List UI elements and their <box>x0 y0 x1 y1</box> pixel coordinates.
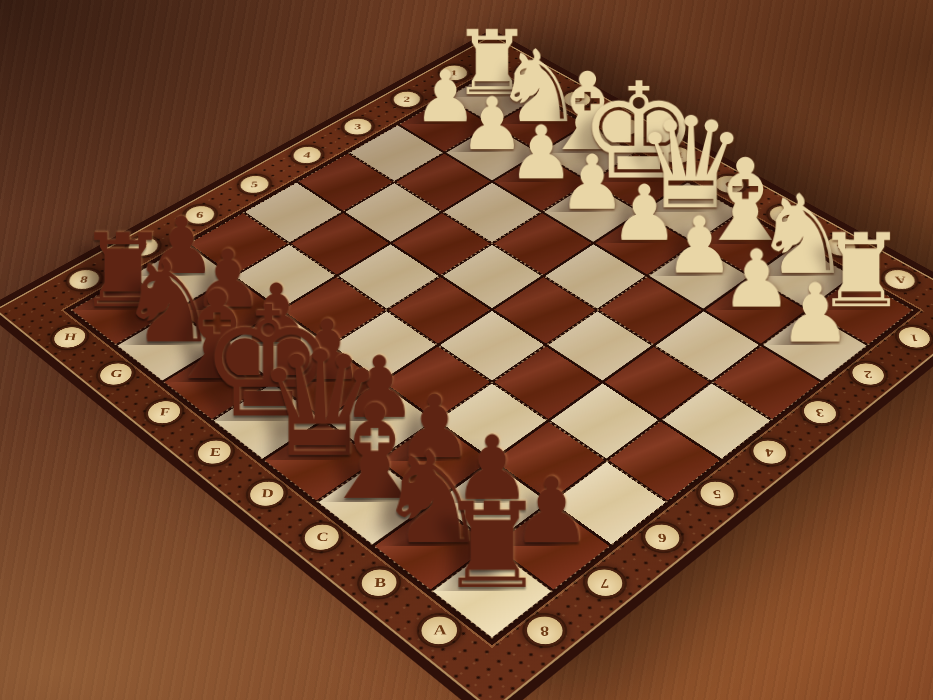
square-g4[interactable] <box>345 183 441 242</box>
rank-label-h-side-1: 1 <box>433 61 475 85</box>
file-label-far-e: E <box>655 142 699 168</box>
label-text: 7 <box>600 575 610 590</box>
piece-white-pawn[interactable]: ♟ <box>511 146 671 221</box>
square-e2[interactable]: ♟ <box>544 183 640 242</box>
label-text: E <box>672 151 682 160</box>
label-text: A <box>433 623 446 639</box>
label-text: F <box>622 122 631 131</box>
label-text: 5 <box>250 180 258 190</box>
label-text: C <box>315 530 328 544</box>
square-e1[interactable]: ♚ <box>592 154 686 211</box>
square-e3[interactable] <box>494 213 591 274</box>
label-text: B <box>373 575 385 590</box>
board-grid: ♜♞♝♛♚♝♞♜♟♟♟♟♟♟♟♟♟♟♟♟♟♟♟♟♜♞♝♛♚♝♞♜ <box>68 70 917 641</box>
square-h1[interactable]: ♜ <box>448 72 537 123</box>
label-text: 3 <box>354 122 361 131</box>
piece-white-rook[interactable]: ♜ <box>417 19 566 109</box>
rank-label-a-side-4: 4 <box>743 434 795 471</box>
table-surface: ♜♞♝♛♚♝♞♜♟♟♟♟♟♟♟♟♟♟♟♟♟♟♟♟♜♞♝♛♚♝♞♜ AA88BB7… <box>0 0 933 700</box>
square-g2[interactable]: ♟ <box>446 126 538 181</box>
piece-white-knight[interactable]: ♞ <box>463 36 615 136</box>
file-label-far-c: C <box>762 201 807 229</box>
label-text: 2 <box>403 95 410 104</box>
square-h3[interactable] <box>350 126 442 181</box>
piece-white-pawn[interactable]: ♟ <box>728 273 901 355</box>
piece-white-pawn[interactable]: ♟ <box>369 62 521 133</box>
file-label-far-f: F <box>605 114 648 139</box>
label-text: H <box>525 69 535 77</box>
label-text: C <box>778 210 790 220</box>
square-h4[interactable] <box>298 154 392 211</box>
label-text: H <box>63 332 78 344</box>
label-text: 1 <box>909 332 919 344</box>
label-text: 3 <box>815 406 825 419</box>
square-f3[interactable] <box>444 183 540 242</box>
label-text: F <box>158 406 170 419</box>
square-g3[interactable] <box>396 154 490 211</box>
piece-white-pawn[interactable]: ♟ <box>462 117 619 191</box>
square-e4[interactable] <box>442 245 541 309</box>
label-text: G <box>572 95 583 104</box>
photo-stage: ♜♞♝♛♚♝♞♜♟♟♟♟♟♟♟♟♟♟♟♟♟♟♟♟♜♞♝♛♚♝♞♜ AA88BB7… <box>0 0 933 700</box>
label-text: G <box>109 368 124 380</box>
square-f2[interactable]: ♟ <box>494 154 588 211</box>
rank-label-h-side-6: 6 <box>177 201 222 229</box>
label-text: 4 <box>764 446 774 459</box>
rank-label-a-side-3: 3 <box>794 395 845 430</box>
label-text: 1 <box>450 69 457 77</box>
square-h2[interactable]: ♟ <box>400 98 490 151</box>
piece-white-king[interactable]: ♚ <box>560 64 717 197</box>
label-text: 4 <box>303 151 311 160</box>
piece-white-queen[interactable]: ♛ <box>611 101 771 227</box>
label-text: 2 <box>863 368 873 380</box>
label-text: 5 <box>712 487 722 501</box>
square-f1[interactable]: ♝ <box>542 126 634 181</box>
label-text: E <box>208 446 221 459</box>
piece-black-rook[interactable]: ♜ <box>393 487 591 606</box>
file-label-far-d: D <box>708 171 753 198</box>
square-d3[interactable] <box>546 245 645 309</box>
rank-label-h-side-4: 4 <box>285 142 329 168</box>
label-text: D <box>724 180 735 190</box>
rank-label-h-side-2: 2 <box>385 87 427 111</box>
label-text: D <box>260 487 274 501</box>
rank-label-a-side-2: 2 <box>843 357 893 391</box>
file-label-far-g: G <box>556 87 598 111</box>
piece-white-pawn[interactable]: ♟ <box>415 89 570 162</box>
square-f4[interactable] <box>393 213 490 274</box>
label-text: 6 <box>657 530 667 544</box>
rank-label-a-side-5: 5 <box>690 475 743 514</box>
rank-label-h-side-5: 5 <box>232 171 277 198</box>
file-label-far-h: H <box>509 61 551 85</box>
piece-white-bishop[interactable]: ♝ <box>511 58 666 165</box>
chess-board: ♜♞♝♛♚♝♞♜♟♟♟♟♟♟♟♟♟♟♟♟♟♟♟♟♜♞♝♛♚♝♞♜ AA88BB7… <box>0 36 933 700</box>
rank-label-h-side-3: 3 <box>336 114 379 139</box>
label-text: 8 <box>540 623 549 639</box>
label-text: 6 <box>195 210 204 220</box>
square-g1[interactable]: ♞ <box>494 98 584 151</box>
